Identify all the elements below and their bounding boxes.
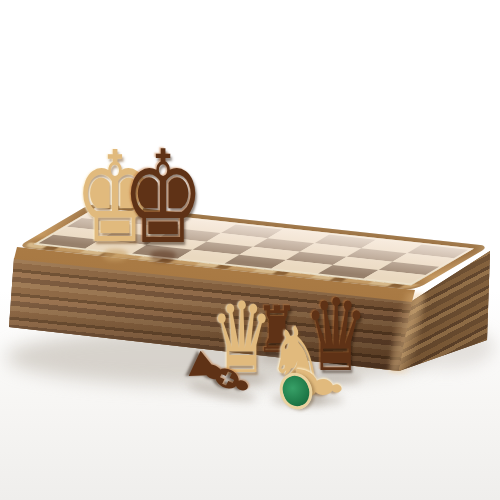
chess-set-product-photo: ♚ ♚ ♛ ♜ ♞ ♛ ♝ ♟ [0,0,500,500]
black-king-piece: ♚ [122,134,205,262]
